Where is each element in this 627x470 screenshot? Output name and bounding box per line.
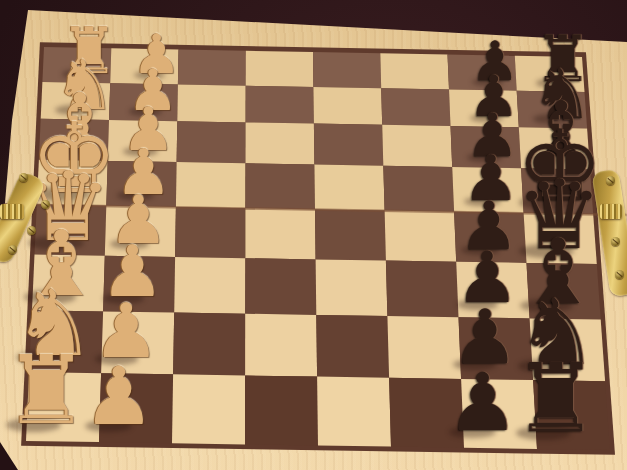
piece-white-rook: ♜ [4, 343, 89, 437]
piece-black-rook: ♜ [513, 351, 598, 445]
hinge-knuckle [0, 204, 24, 219]
piece-black-pawn: ♟ [447, 363, 519, 443]
hinge-screw [8, 245, 17, 254]
piece-white-pawn: ♟ [83, 357, 155, 437]
hinge-screw [19, 173, 28, 182]
hinge-screw [615, 270, 624, 279]
hinge-screw [606, 176, 615, 185]
hinge-screw [27, 226, 36, 235]
right-brass-hinge [592, 162, 627, 307]
left-brass-hinge [0, 160, 70, 270]
hinge-knuckle [600, 204, 622, 219]
hinge-screw [41, 200, 50, 209]
hinge-screw [611, 237, 620, 246]
photo-scene: ♜♟♟♜♞♟♟♞♝♟♟♝♚♟♟♚♛♟♟♛♝♟♟♝♞♟♟♞♜♟♟♜ [0, 0, 627, 470]
